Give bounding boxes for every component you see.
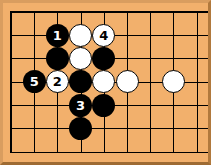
grid-vline (10, 11, 12, 153)
move-5-stone-black: 5 (23, 70, 46, 93)
grid-vline (150, 11, 151, 153)
stone-black (69, 117, 92, 140)
stone-black (92, 94, 115, 117)
move-number-label: 5 (30, 75, 39, 88)
stone-black (92, 47, 115, 70)
move-3-stone-black: 3 (69, 94, 92, 117)
move-number-label: 4 (99, 28, 108, 41)
go-board: 14523 (3, 3, 208, 162)
move-4-stone-white: 4 (92, 24, 115, 47)
stone-white (116, 70, 139, 93)
stone-white (69, 47, 92, 70)
move-number-label: 1 (53, 28, 62, 41)
move-2-stone-white: 2 (46, 70, 69, 93)
grid-hline (10, 128, 208, 129)
move-1-stone-black: 1 (46, 24, 69, 47)
grid-hline (10, 11, 208, 13)
stone-black (69, 70, 92, 93)
stone-white (92, 70, 115, 93)
stone-white (69, 24, 92, 47)
stone-white (162, 70, 185, 93)
move-number-label: 3 (76, 98, 85, 111)
go-diagram-frame: 14523 (0, 0, 211, 165)
stone-black (46, 47, 69, 70)
move-number-label: 2 (53, 75, 62, 88)
grid-hline (10, 152, 208, 153)
grid-vline (197, 11, 198, 153)
